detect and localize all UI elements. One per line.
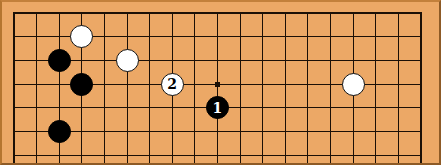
grid-vline (149, 12, 150, 163)
stone-white (116, 49, 139, 72)
move-number: 2 (167, 77, 177, 91)
move-number: 1 (213, 101, 223, 115)
grid-vline (104, 12, 105, 163)
grid-vline (285, 12, 286, 163)
stone-white-move-2: 2 (161, 73, 184, 96)
stone-black (70, 73, 93, 96)
grid-vline (36, 12, 37, 163)
grid-vline (420, 12, 422, 163)
stone-white (70, 25, 93, 48)
grid-vline (398, 12, 399, 163)
stone-black (48, 120, 71, 143)
star-point-marker (215, 82, 220, 87)
go-board-diagram: 21 (0, 0, 441, 165)
stone-black-move-1: 1 (206, 96, 229, 119)
grid-vline (127, 12, 128, 163)
grid-vline (375, 12, 376, 163)
stone-black (48, 49, 71, 72)
grid-vline (13, 12, 15, 163)
grid-vline (330, 12, 331, 163)
grid-vline (307, 12, 308, 163)
grid-vline (217, 12, 218, 163)
grid-vline (262, 12, 263, 163)
grid-vline (240, 12, 241, 163)
grid-vline (194, 12, 195, 163)
stone-white (342, 73, 365, 96)
